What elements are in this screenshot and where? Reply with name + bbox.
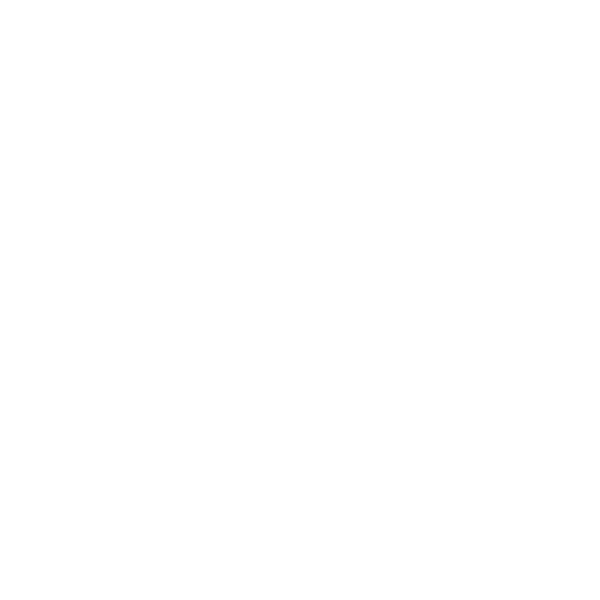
scene-stage	[0, 0, 600, 600]
chess-box-graphic	[0, 0, 600, 600]
